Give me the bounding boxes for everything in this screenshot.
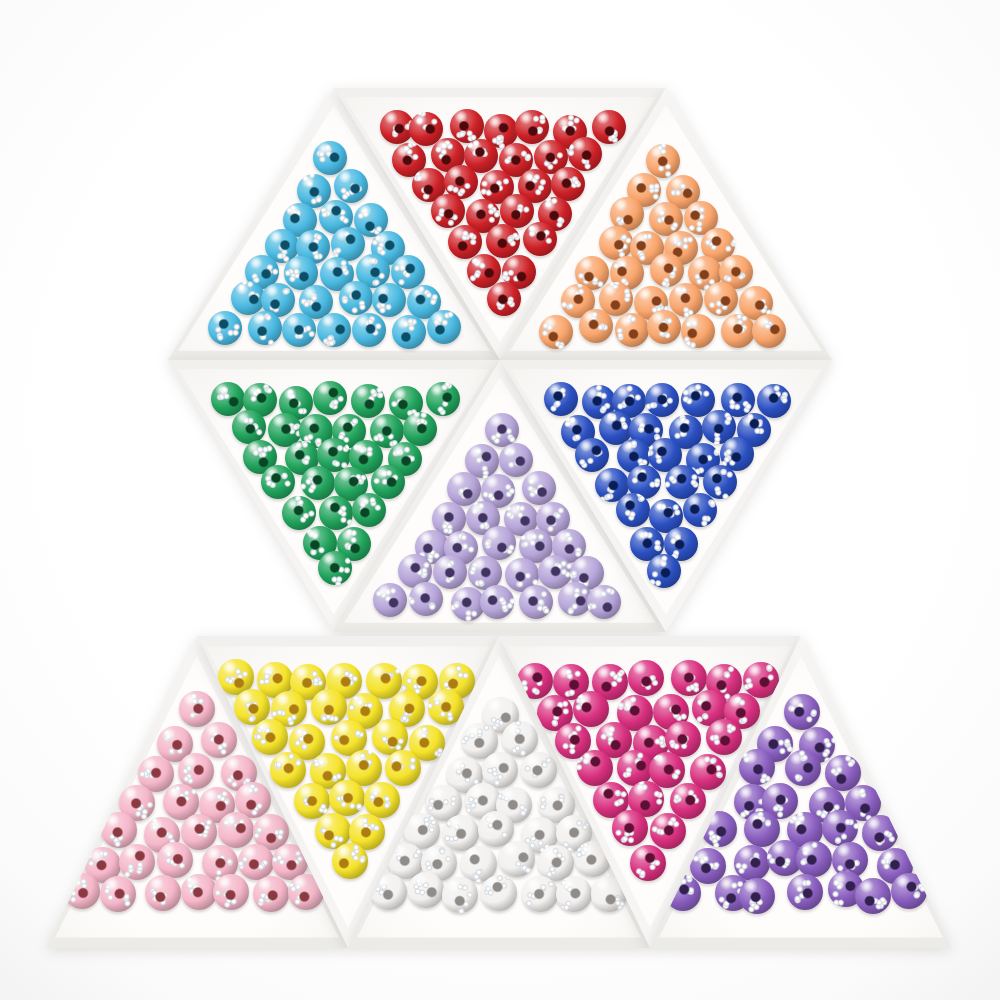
bead-orange (650, 253, 684, 287)
bead-royal-blue (645, 383, 679, 417)
bead-green (301, 466, 335, 500)
bead-purple (784, 694, 820, 730)
bead-orange (599, 226, 633, 260)
bead-magenta (517, 663, 553, 699)
bead-purple (739, 878, 775, 914)
bead-royal-blue (544, 382, 578, 416)
bead-orange (721, 314, 755, 348)
bead-orange (615, 313, 649, 347)
bead-purple (796, 841, 832, 877)
bead-royal-blue (616, 493, 650, 527)
tray-royal-blue (500, 360, 832, 632)
bead-orange (669, 283, 703, 317)
bead-pink (145, 875, 181, 911)
bead-white (371, 874, 407, 910)
tray-shell (500, 360, 832, 632)
bead-lavender (447, 472, 481, 506)
bead-yellow (311, 689, 347, 725)
bead-yellow (252, 719, 288, 755)
bead-red (450, 109, 484, 143)
bead-green (211, 382, 245, 416)
bead-sky-blue (208, 311, 242, 345)
bead-white (442, 877, 478, 913)
bead-royal-blue (757, 384, 791, 418)
bead-purple (862, 815, 898, 851)
bead-purple (855, 878, 891, 914)
bead-yellow (294, 783, 330, 819)
tray-shell (500, 88, 832, 360)
bead-royal-blue (575, 438, 609, 472)
bead-red (448, 225, 482, 259)
tray-shell (650, 636, 952, 948)
bead-magenta (573, 691, 609, 727)
tray-orange (500, 88, 832, 360)
bead-royal-blue (647, 554, 681, 588)
bead-green (232, 410, 266, 444)
bead-green (261, 465, 295, 499)
bead-royal-blue (683, 493, 717, 527)
bead-pink (64, 873, 100, 909)
bead-sky-blue (248, 311, 282, 345)
bead-magenta (612, 810, 648, 846)
tray-purple (650, 636, 952, 948)
bead-orange (646, 144, 680, 178)
bead-purple (739, 749, 775, 785)
bead-royal-blue (703, 465, 737, 499)
bead-purple (665, 875, 701, 911)
bead-purple (787, 874, 823, 910)
bead-orange (539, 315, 573, 349)
bead-purple (891, 873, 927, 909)
bead-trays-photo (0, 0, 1000, 1000)
bead-red (431, 194, 465, 228)
bead-lavender (409, 582, 443, 616)
bead-purple (701, 811, 737, 847)
bead-pink (157, 842, 193, 878)
